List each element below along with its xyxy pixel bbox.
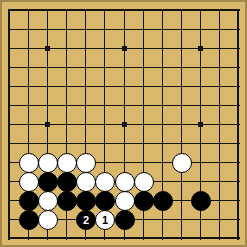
stone-black-c4r10[interactable] (76, 191, 96, 211)
stone-white-c6r9[interactable] (115, 172, 135, 192)
grid-line-vertical (237, 9, 239, 240)
go-board[interactable]: 21 (2, 2, 245, 245)
grid-line-horizontal (8, 237, 240, 239)
star-point (198, 122, 203, 127)
stone-white-c7r9[interactable] (134, 172, 154, 192)
stone-black-c4r11[interactable]: 2 (76, 210, 96, 230)
stone-white-c4r8[interactable] (76, 153, 96, 173)
star-point (45, 46, 50, 51)
stone-white-c4r9[interactable] (76, 172, 96, 192)
stone-white-c6r10[interactable] (115, 191, 135, 211)
stone-black-c8r10[interactable] (153, 191, 173, 211)
stone-white-c2r11[interactable] (38, 210, 58, 230)
star-point (122, 122, 127, 127)
stone-black-c1r11[interactable] (19, 210, 39, 230)
stone-white-c1r9[interactable] (19, 172, 39, 192)
stone-black-c6r11[interactable] (115, 210, 135, 230)
move-number: 2 (83, 215, 89, 226)
star-point (122, 46, 127, 51)
stone-white-c9r8[interactable] (172, 153, 192, 173)
stone-white-c2r8[interactable] (38, 153, 58, 173)
star-point (45, 122, 50, 127)
stone-black-c3r10[interactable] (57, 191, 77, 211)
stone-white-c3r8[interactable] (57, 153, 77, 173)
stone-white-c1r8[interactable] (19, 153, 39, 173)
stone-black-c2r9[interactable] (38, 172, 58, 192)
move-number: 1 (102, 215, 108, 226)
stone-black-c7r10[interactable] (134, 191, 154, 211)
stone-white-c2r10[interactable] (38, 191, 58, 211)
grid-line-horizontal (8, 143, 240, 144)
stone-white-c5r11[interactable]: 1 (95, 210, 115, 230)
stone-white-c5r9[interactable] (95, 172, 115, 192)
star-point (198, 46, 203, 51)
stone-black-c3r9[interactable] (57, 172, 77, 192)
board-frame: 21 (0, 0, 247, 247)
stone-black-c5r10[interactable] (95, 191, 115, 211)
grid-line-vertical (181, 9, 182, 240)
stone-black-c1r10[interactable] (19, 191, 39, 211)
stone-black-c10r10[interactable] (191, 191, 211, 211)
grid-line-vertical (219, 9, 220, 240)
